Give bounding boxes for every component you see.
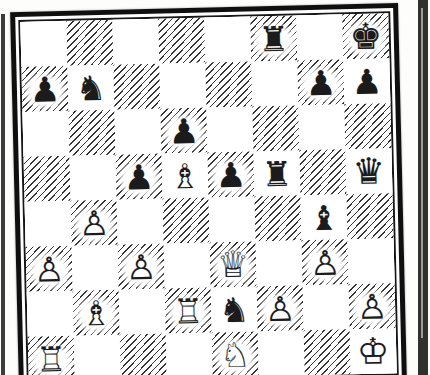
piece-black-pawn[interactable]: ♟ (207, 151, 254, 197)
square-f5[interactable]: ♜ (253, 150, 300, 196)
square-d8[interactable] (158, 18, 205, 64)
square-c5[interactable]: ♟ (115, 154, 162, 200)
square-h3[interactable] (348, 238, 395, 284)
square-a7[interactable]: ♟ (21, 66, 68, 112)
square-b3[interactable] (72, 245, 119, 291)
square-e8[interactable] (204, 16, 251, 62)
board-frame-outer: ♜♚♟♞♟♟♟♟♗♟♜♛♙♝♙♙♕♙♗♖♞♙♙♖♘♔ (10, 3, 407, 375)
square-c8[interactable] (112, 19, 159, 65)
square-g7[interactable]: ♟ (297, 59, 344, 105)
piece-black-rook[interactable]: ♜ (250, 15, 297, 61)
piece-black-queen[interactable]: ♛ (345, 148, 392, 194)
square-a6[interactable] (22, 111, 69, 157)
square-b2[interactable]: ♗ (73, 290, 120, 336)
piece-white-pawn[interactable]: ♙ (26, 246, 73, 292)
square-g8[interactable] (296, 14, 343, 60)
square-a2[interactable] (27, 291, 74, 337)
square-f6[interactable] (252, 105, 299, 151)
piece-white-bishop[interactable]: ♗ (161, 153, 208, 199)
piece-white-pawn[interactable]: ♙ (302, 239, 349, 285)
square-f7[interactable] (251, 60, 298, 106)
square-e6[interactable] (206, 106, 253, 152)
square-h5[interactable]: ♛ (345, 148, 392, 194)
square-g6[interactable] (298, 104, 345, 150)
square-h1[interactable]: ♔ (350, 328, 397, 374)
square-f1[interactable] (258, 330, 305, 375)
square-c6[interactable] (114, 109, 161, 155)
page-gutter-right (418, 0, 428, 375)
square-g5[interactable] (299, 149, 346, 195)
piece-white-pawn[interactable]: ♙ (257, 285, 304, 331)
square-a4[interactable] (25, 201, 72, 247)
piece-black-knight[interactable]: ♞ (211, 286, 258, 332)
piece-black-bishop[interactable]: ♝ (301, 194, 348, 240)
square-f3[interactable] (256, 240, 303, 286)
square-h4[interactable] (346, 193, 393, 239)
square-d2[interactable]: ♖ (165, 287, 212, 333)
piece-white-knight[interactable]: ♘ (212, 331, 259, 375)
square-d3[interactable] (164, 243, 211, 289)
piece-black-knight[interactable]: ♞ (67, 65, 114, 111)
piece-black-pawn[interactable]: ♟ (115, 154, 162, 200)
page-gutter-left (1, 14, 5, 375)
diagram-scan: ♜♚♟♞♟♟♟♟♗♟♜♛♙♝♙♙♕♙♗♖♞♙♙♖♘♔ (10, 3, 407, 375)
square-h7[interactable]: ♟ (343, 58, 390, 104)
square-g3[interactable]: ♙ (302, 239, 349, 285)
square-b5[interactable] (70, 155, 117, 201)
square-a5[interactable] (24, 156, 71, 202)
square-f4[interactable] (255, 195, 302, 241)
square-h6[interactable] (344, 103, 391, 149)
piece-white-queen[interactable]: ♕ (210, 241, 257, 287)
piece-black-pawn[interactable]: ♟ (297, 59, 344, 105)
piece-black-pawn[interactable]: ♟ (343, 58, 390, 104)
square-f8[interactable]: ♜ (250, 15, 297, 61)
piece-white-king[interactable]: ♔ (350, 328, 397, 374)
square-b4[interactable]: ♙ (71, 200, 118, 246)
square-a8[interactable] (20, 21, 67, 67)
chess-board: ♜♚♟♞♟♟♟♟♗♟♜♛♙♝♙♙♕♙♗♖♞♙♙♖♘♔ (20, 13, 396, 375)
square-g1[interactable] (304, 329, 351, 375)
square-c4[interactable] (117, 199, 164, 245)
square-e4[interactable] (209, 196, 256, 242)
square-a1[interactable]: ♖ (28, 336, 75, 375)
square-a3[interactable]: ♙ (26, 246, 73, 292)
square-e2[interactable]: ♞ (211, 286, 258, 332)
square-g2[interactable] (303, 284, 350, 330)
square-e1[interactable]: ♘ (212, 331, 259, 375)
piece-white-rook[interactable]: ♖ (28, 336, 75, 375)
square-e3[interactable]: ♕ (210, 241, 257, 287)
square-b1[interactable] (74, 335, 121, 375)
square-d7[interactable] (159, 63, 206, 109)
piece-black-rook[interactable]: ♜ (253, 150, 300, 196)
square-d5[interactable]: ♗ (161, 153, 208, 199)
piece-white-pawn[interactable]: ♙ (349, 283, 396, 329)
square-b7[interactable]: ♞ (67, 65, 114, 111)
square-d4[interactable] (163, 198, 210, 244)
piece-black-pawn[interactable]: ♟ (160, 108, 207, 154)
board-frame-inner: ♜♚♟♞♟♟♟♟♗♟♜♛♙♝♙♙♕♙♗♖♞♙♙♖♘♔ (18, 11, 398, 375)
square-h2[interactable]: ♙ (349, 283, 396, 329)
square-c3[interactable]: ♙ (118, 244, 165, 290)
square-b6[interactable] (68, 110, 115, 156)
square-e7[interactable] (205, 61, 252, 107)
square-g4[interactable]: ♝ (301, 194, 348, 240)
square-c1[interactable] (120, 334, 167, 375)
square-e5[interactable]: ♟ (207, 151, 254, 197)
piece-black-pawn[interactable]: ♟ (21, 66, 68, 112)
square-c7[interactable] (113, 64, 160, 110)
piece-black-king[interactable]: ♚ (342, 13, 389, 59)
piece-white-bishop[interactable]: ♗ (73, 290, 120, 336)
piece-white-rook[interactable]: ♖ (165, 287, 212, 333)
square-c2[interactable] (119, 289, 166, 335)
square-f2[interactable]: ♙ (257, 285, 304, 331)
square-d1[interactable] (166, 332, 213, 375)
piece-white-pawn[interactable]: ♙ (71, 200, 118, 246)
scanned-page: ♜♚♟♞♟♟♟♟♗♟♜♛♙♝♙♙♕♙♗♖♞♙♙♖♘♔ (0, 0, 430, 375)
square-d6[interactable]: ♟ (160, 108, 207, 154)
square-h8[interactable]: ♚ (342, 13, 389, 59)
piece-white-pawn[interactable]: ♙ (118, 244, 165, 290)
square-b8[interactable] (66, 20, 113, 66)
